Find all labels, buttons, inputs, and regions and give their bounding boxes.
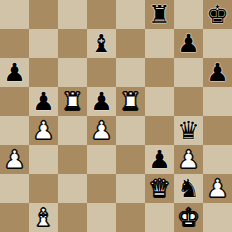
square-e8[interactable]	[116, 0, 145, 29]
square-h7[interactable]	[203, 29, 232, 58]
square-d8[interactable]	[87, 0, 116, 29]
square-c7[interactable]	[58, 29, 87, 58]
square-d7[interactable]: ♝	[87, 29, 116, 58]
square-c6[interactable]	[58, 58, 87, 87]
square-g2[interactable]: ♞	[174, 174, 203, 203]
square-b3[interactable]	[29, 145, 58, 174]
square-f5[interactable]	[145, 87, 174, 116]
white-rook[interactable]: ♜	[61, 87, 83, 116]
square-a8[interactable]	[0, 0, 29, 29]
square-h3[interactable]	[203, 145, 232, 174]
square-f6[interactable]	[145, 58, 174, 87]
square-g1[interactable]: ♚	[174, 203, 203, 232]
black-rook[interactable]: ♜	[148, 0, 170, 29]
square-d4[interactable]: ♟	[87, 116, 116, 145]
square-c1[interactable]	[58, 203, 87, 232]
square-a1[interactable]	[0, 203, 29, 232]
square-a5[interactable]	[0, 87, 29, 116]
white-pawn[interactable]: ♟	[32, 116, 54, 145]
square-f8[interactable]: ♜	[145, 0, 174, 29]
square-f1[interactable]	[145, 203, 174, 232]
square-d1[interactable]	[87, 203, 116, 232]
square-h5[interactable]	[203, 87, 232, 116]
black-pawn[interactable]: ♟	[206, 58, 228, 87]
square-d2[interactable]	[87, 174, 116, 203]
square-f2[interactable]: ♛	[145, 174, 174, 203]
square-b7[interactable]	[29, 29, 58, 58]
square-e2[interactable]	[116, 174, 145, 203]
black-pawn[interactable]: ♟	[3, 58, 25, 87]
white-queen[interactable]: ♛	[148, 174, 170, 203]
white-bishop[interactable]: ♝	[32, 203, 54, 232]
square-f7[interactable]	[145, 29, 174, 58]
white-pawn[interactable]: ♟	[90, 116, 112, 145]
white-pawn[interactable]: ♟	[177, 145, 199, 174]
square-d6[interactable]	[87, 58, 116, 87]
square-b4[interactable]: ♟	[29, 116, 58, 145]
chess-board: ♜♚♝♟♟♟♟♜♟♜♟♟♛♟♟♟♛♞♟♝♚	[0, 0, 232, 232]
square-g7[interactable]: ♟	[174, 29, 203, 58]
square-e6[interactable]	[116, 58, 145, 87]
square-b5[interactable]: ♟	[29, 87, 58, 116]
square-b6[interactable]	[29, 58, 58, 87]
black-knight[interactable]: ♞	[177, 174, 199, 203]
square-a3[interactable]: ♟	[0, 145, 29, 174]
square-g5[interactable]	[174, 87, 203, 116]
square-h2[interactable]: ♟	[203, 174, 232, 203]
black-bishop[interactable]: ♝	[90, 29, 112, 58]
square-a6[interactable]: ♟	[0, 58, 29, 87]
square-g8[interactable]	[174, 0, 203, 29]
square-g4[interactable]: ♛	[174, 116, 203, 145]
square-f4[interactable]	[145, 116, 174, 145]
square-e5[interactable]: ♜	[116, 87, 145, 116]
square-h8[interactable]: ♚	[203, 0, 232, 29]
square-f3[interactable]: ♟	[145, 145, 174, 174]
square-a2[interactable]	[0, 174, 29, 203]
square-c5[interactable]: ♜	[58, 87, 87, 116]
white-pawn[interactable]: ♟	[206, 174, 228, 203]
square-d5[interactable]: ♟	[87, 87, 116, 116]
square-b2[interactable]	[29, 174, 58, 203]
white-rook[interactable]: ♜	[119, 87, 141, 116]
square-b1[interactable]: ♝	[29, 203, 58, 232]
square-c3[interactable]	[58, 145, 87, 174]
square-a4[interactable]	[0, 116, 29, 145]
black-pawn[interactable]: ♟	[177, 29, 199, 58]
white-pawn[interactable]: ♟	[3, 145, 25, 174]
square-c4[interactable]	[58, 116, 87, 145]
square-h4[interactable]	[203, 116, 232, 145]
square-e3[interactable]	[116, 145, 145, 174]
square-a7[interactable]	[0, 29, 29, 58]
black-pawn[interactable]: ♟	[90, 87, 112, 116]
black-pawn[interactable]: ♟	[148, 145, 170, 174]
square-h1[interactable]	[203, 203, 232, 232]
square-g6[interactable]	[174, 58, 203, 87]
black-queen[interactable]: ♛	[177, 116, 199, 145]
square-c2[interactable]	[58, 174, 87, 203]
square-e1[interactable]	[116, 203, 145, 232]
black-pawn[interactable]: ♟	[32, 87, 54, 116]
square-e7[interactable]	[116, 29, 145, 58]
square-b8[interactable]	[29, 0, 58, 29]
square-g3[interactable]: ♟	[174, 145, 203, 174]
square-c8[interactable]	[58, 0, 87, 29]
square-e4[interactable]	[116, 116, 145, 145]
black-king[interactable]: ♚	[206, 0, 228, 29]
square-h6[interactable]: ♟	[203, 58, 232, 87]
square-d3[interactable]	[87, 145, 116, 174]
white-king[interactable]: ♚	[177, 203, 199, 232]
